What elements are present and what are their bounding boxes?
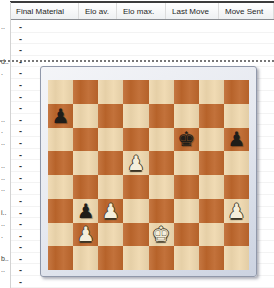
square-e3: [149, 199, 174, 223]
square-g7: [199, 104, 224, 128]
square-h6: ♟: [224, 128, 249, 152]
final-material-value: -: [19, 126, 22, 136]
square-a3: [48, 199, 73, 223]
column-header-elo-av-[interactable]: Elo av.: [79, 3, 117, 19]
square-c8: [98, 80, 123, 104]
square-g5: [199, 151, 224, 175]
column-header-elo-max-[interactable]: Elo max.: [117, 3, 166, 19]
clipped-row-text: b..: [1, 254, 9, 263]
square-b3: ♟: [73, 199, 98, 223]
square-d1: [123, 246, 148, 270]
square-b7: [73, 104, 98, 128]
square-b5: [73, 151, 98, 175]
square-d8: [123, 80, 148, 104]
square-g4: [199, 175, 224, 199]
square-d6: [123, 128, 148, 152]
final-material-value: -: [19, 45, 22, 55]
final-material-value: -: [19, 254, 22, 264]
black-pawn-a7: ♟: [48, 104, 73, 128]
final-material-value: -: [19, 150, 22, 160]
square-e5: [149, 151, 174, 175]
black-pawn-h6: ♟: [224, 128, 249, 152]
square-c2: [98, 223, 123, 247]
clipped-row-text: i..: [1, 208, 6, 217]
square-g1: [199, 246, 224, 270]
final-material-value: -: [19, 219, 22, 229]
clipped-row-text: ..: [1, 22, 5, 31]
final-material-value: -: [19, 80, 22, 90]
clipped-row-text: ..: [1, 184, 5, 193]
column-header-final-material[interactable]: Final Material: [10, 3, 79, 19]
square-c3: ♟: [98, 199, 123, 223]
clipped-row-text: .: [1, 126, 3, 135]
square-d7: [123, 104, 148, 128]
clipped-row-text: ..: [1, 173, 5, 182]
white-pawn-c3: ♟: [98, 199, 123, 223]
final-material-value: -: [19, 242, 22, 252]
board-preview-popup: ♟♚♟♟♟♟♟♟♚: [40, 66, 257, 277]
white-pawn-h3: ♟: [224, 199, 249, 223]
square-c4: [98, 175, 123, 199]
column-header-move-sent[interactable]: Move Sent: [219, 3, 274, 19]
clipped-row-text: .: [1, 231, 3, 240]
table-row[interactable]: -: [0, 276, 274, 288]
final-material-value: -: [19, 103, 22, 113]
clipped-row-text: ..: [1, 219, 5, 228]
square-h7: [224, 104, 249, 128]
final-material-value: -: [19, 196, 22, 206]
black-king-f6: ♚: [174, 128, 199, 152]
table-header-row: Final MaterialElo av.Elo max.Last MoveMo…: [10, 3, 274, 20]
square-d3: [123, 199, 148, 223]
final-material-value: -: [19, 265, 22, 275]
square-e7: [149, 104, 174, 128]
table-row[interactable]: -: [0, 33, 274, 45]
square-g2: [199, 223, 224, 247]
final-material-value: -: [19, 231, 22, 241]
square-f7: [174, 104, 199, 128]
final-material-value: -: [19, 92, 22, 102]
white-king-e2: ♚: [149, 223, 174, 247]
square-a7: ♟: [48, 104, 73, 128]
square-d5: ♟: [123, 151, 148, 175]
final-material-value: -: [19, 115, 22, 125]
clipped-row-text: ..: [1, 161, 5, 170]
square-b1: [73, 246, 98, 270]
final-material-value: -: [19, 173, 22, 183]
square-d2: [123, 223, 148, 247]
clipped-row-text: ..: [1, 138, 5, 147]
square-e4: [149, 175, 174, 199]
square-a5: [48, 151, 73, 175]
chess-board: ♟♚♟♟♟♟♟♟♚: [48, 80, 249, 270]
column-header-last-move[interactable]: Last Move: [166, 3, 219, 19]
final-material-value: -: [19, 22, 22, 32]
square-e1: [149, 246, 174, 270]
square-g3: [199, 199, 224, 223]
square-f6: ♚: [174, 128, 199, 152]
square-e2: ♚: [149, 223, 174, 247]
row-focus-dotted-line: [0, 60, 274, 62]
table-row[interactable]: ..-: [0, 21, 274, 33]
square-c5: [98, 151, 123, 175]
final-material-value: -: [19, 277, 22, 287]
black-pawn-b3: ♟: [73, 199, 98, 223]
square-f2: [174, 223, 199, 247]
square-a8: [48, 80, 73, 104]
square-b4: [73, 175, 98, 199]
final-material-value: -: [19, 208, 22, 218]
table-row[interactable]: -: [0, 44, 274, 56]
square-a1: [48, 246, 73, 270]
square-e6: [149, 128, 174, 152]
white-pawn-b2: ♟: [73, 223, 98, 247]
final-material-value: -: [19, 34, 22, 44]
square-a6: [48, 128, 73, 152]
clipped-row-text: ..: [1, 115, 5, 124]
square-f8: [174, 80, 199, 104]
square-h5: [224, 151, 249, 175]
square-g8: [199, 80, 224, 104]
square-b6: [73, 128, 98, 152]
square-e8: [149, 80, 174, 104]
square-f4: [174, 175, 199, 199]
square-f3: [174, 199, 199, 223]
square-b8: [73, 80, 98, 104]
square-a4: [48, 175, 73, 199]
clipped-row-text: ..: [1, 265, 5, 274]
square-h8: [224, 80, 249, 104]
square-c7: [98, 104, 123, 128]
white-pawn-d5: ♟: [123, 151, 148, 175]
square-c1: [98, 246, 123, 270]
square-b2: ♟: [73, 223, 98, 247]
square-h4: [224, 175, 249, 199]
final-material-value: -: [19, 161, 22, 171]
final-material-value: -: [19, 184, 22, 194]
square-f1: [174, 246, 199, 270]
final-material-value: -: [19, 68, 22, 78]
square-c6: [98, 128, 123, 152]
clipped-row-text: .: [1, 68, 3, 77]
app-window: Final MaterialElo av.Elo max.Last MoveMo…: [0, 0, 274, 288]
square-d4: [123, 175, 148, 199]
square-g6: [199, 128, 224, 152]
square-h1: [224, 246, 249, 270]
final-material-value: -: [19, 138, 22, 148]
square-a2: [48, 223, 73, 247]
square-f5: [174, 151, 199, 175]
square-h2: [224, 223, 249, 247]
square-h3: ♟: [224, 199, 249, 223]
